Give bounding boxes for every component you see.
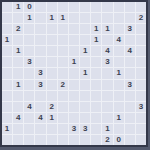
cell-r13-c10[interactable]: 2 [102,135,112,145]
cell-r4-c13[interactable] [136,35,146,45]
cell-r11-c1[interactable] [2,113,12,123]
cell-r10-c2[interactable] [13,102,23,112]
cell-r6-c5[interactable] [47,57,57,67]
cell-r12-c9[interactable] [91,124,101,134]
cell-r6-c8[interactable] [80,57,90,67]
cell-r9-c2[interactable] [13,91,23,101]
cell-r10-c8[interactable] [80,102,90,112]
cell-r1-c12[interactable] [125,2,135,12]
cell-r2-c3[interactable]: 1 [24,13,34,23]
cell-r8-c9[interactable] [91,80,101,90]
cell-r8-c10[interactable] [102,80,112,90]
cell-r7-c11[interactable]: 1 [114,68,124,78]
cell-r3-c8[interactable] [80,24,90,34]
cell-r5-c5[interactable] [47,46,57,56]
cell-r9-c9[interactable] [91,91,101,101]
cell-r2-c8[interactable] [80,13,90,23]
cell-r13-c8[interactable] [80,135,90,145]
cell-r5-c3[interactable] [24,46,34,56]
cell-r5-c2[interactable]: 1 [13,46,23,56]
app-window: 1011122113114114431331113234234411133120 [0,0,150,150]
cell-r7-c10[interactable] [102,68,112,78]
cell-r13-c1[interactable] [2,135,12,145]
cell-r9-c5[interactable] [47,91,57,101]
cell-r11-c12[interactable] [125,113,135,123]
cell-r9-c8[interactable] [80,91,90,101]
cell-r1-c6[interactable] [58,2,68,12]
cell-r2-c10[interactable] [102,13,112,23]
cell-r10-c1[interactable] [2,102,12,112]
cell-r4-c1[interactable]: 1 [2,35,12,45]
cell-r8-c11[interactable] [114,80,124,90]
cell-r5-c6[interactable] [58,46,68,56]
cell-r9-c12[interactable] [125,91,135,101]
cell-r8-c12[interactable]: 3 [125,80,135,90]
cell-r8-c2[interactable]: 1 [13,80,23,90]
cell-r8-c8[interactable] [80,80,90,90]
cell-r12-c2[interactable] [13,124,23,134]
cell-r4-c7[interactable] [69,35,79,45]
cell-r1-c4[interactable] [35,2,45,12]
cell-r12-c5[interactable] [47,124,57,134]
cell-r1-c7[interactable] [69,2,79,12]
cell-r5-c4[interactable] [35,46,45,56]
cell-r12-c7[interactable]: 3 [69,124,79,134]
cell-r11-c5[interactable]: 1 [47,113,57,123]
cell-r13-c5[interactable] [47,135,57,145]
cell-r12-c3[interactable] [24,124,34,134]
cell-r7-c8[interactable]: 1 [80,68,90,78]
cell-r1-c5[interactable] [47,2,57,12]
cell-r9-c3[interactable] [24,91,34,101]
cell-r5-c1[interactable] [2,46,12,56]
cell-r7-c9[interactable] [91,68,101,78]
cell-r7-c4[interactable]: 3 [35,68,45,78]
cell-r6-c1[interactable] [2,57,12,67]
cell-r3-c4[interactable] [35,24,45,34]
cell-r5-c8[interactable]: 1 [80,46,90,56]
cell-r9-c13[interactable] [136,91,146,101]
cell-r3-c11[interactable] [114,24,124,34]
cell-r10-c4[interactable] [35,102,45,112]
cell-r2-c1[interactable] [2,13,12,23]
cell-r7-c7[interactable] [69,68,79,78]
cell-r13-c4[interactable] [35,135,45,145]
cell-r3-c7[interactable] [69,24,79,34]
cell-r8-c6[interactable]: 2 [58,80,68,90]
cell-r7-c13[interactable] [136,68,146,78]
cell-r1-c10[interactable] [102,2,112,12]
cell-r12-c1[interactable]: 1 [2,124,12,134]
cell-r3-c13[interactable] [136,24,146,34]
cell-r11-c9[interactable] [91,113,101,123]
cell-r3-c2[interactable]: 2 [13,24,23,34]
cell-r5-c7[interactable] [69,46,79,56]
cell-r2-c5[interactable]: 1 [47,13,57,23]
cell-r1-c13[interactable] [136,2,146,12]
cell-r12-c8[interactable]: 3 [80,124,90,134]
cell-r4-c2[interactable] [13,35,23,45]
cell-r12-c10[interactable]: 1 [102,124,112,134]
cell-r12-c6[interactable] [58,124,68,134]
cell-r2-c6[interactable]: 1 [58,13,68,23]
cell-r12-c12[interactable] [125,124,135,134]
cell-r5-c13[interactable] [136,46,146,56]
cell-r4-c8[interactable] [80,35,90,45]
cell-r10-c5[interactable]: 2 [47,102,57,112]
cell-r3-c1[interactable] [2,24,12,34]
cell-r2-c12[interactable] [125,13,135,23]
cell-r6-c6[interactable] [58,57,68,67]
cell-r11-c8[interactable] [80,113,90,123]
cell-r6-c9[interactable] [91,57,101,67]
cell-r10-c11[interactable] [114,102,124,112]
cell-r6-c11[interactable] [114,57,124,67]
cell-r4-c11[interactable]: 4 [114,35,124,45]
cell-r12-c4[interactable] [35,124,45,134]
cell-r9-c7[interactable] [69,91,79,101]
cell-r10-c9[interactable] [91,102,101,112]
cell-r8-c1[interactable] [2,80,12,90]
cell-r8-c3[interactable] [24,80,34,90]
cell-r13-c2[interactable] [13,135,23,145]
cell-r11-c13[interactable] [136,113,146,123]
cell-r3-c9[interactable]: 1 [91,24,101,34]
cell-r1-c1[interactable] [2,2,12,12]
cell-r6-c2[interactable] [13,57,23,67]
cell-r2-c7[interactable] [69,13,79,23]
cell-r1-c2[interactable]: 1 [13,2,23,12]
cell-r6-c7[interactable]: 1 [69,57,79,67]
cell-r6-c13[interactable] [136,57,146,67]
cell-r11-c10[interactable] [102,113,112,123]
cell-r3-c12[interactable]: 3 [125,24,135,34]
cell-r6-c10[interactable]: 3 [102,57,112,67]
cell-r9-c1[interactable] [2,91,12,101]
puzzle-board: 1011122113114114431331113234234411133120 [0,0,148,147]
cell-r13-c13[interactable] [136,135,146,145]
cell-r11-c3[interactable] [24,113,34,123]
cell-r8-c4[interactable]: 3 [35,80,45,90]
cell-r13-c9[interactable] [91,135,101,145]
cell-r5-c10[interactable]: 4 [102,46,112,56]
cell-r4-c9[interactable]: 1 [91,35,101,45]
cell-r9-c11[interactable] [114,91,124,101]
cell-r13-c7[interactable] [69,135,79,145]
cell-r12-c11[interactable] [114,124,124,134]
cell-r3-c10[interactable]: 1 [102,24,112,34]
cell-r11-c6[interactable] [58,113,68,123]
cell-r3-c6[interactable] [58,24,68,34]
cell-r9-c6[interactable] [58,91,68,101]
cell-r13-c12[interactable] [125,135,135,145]
cell-r1-c8[interactable] [80,2,90,12]
cell-r1-c9[interactable] [91,2,101,12]
cell-r10-c7[interactable] [69,102,79,112]
cell-r4-c6[interactable] [58,35,68,45]
cell-r2-c13[interactable]: 2 [136,13,146,23]
cell-r4-c5[interactable] [47,35,57,45]
cell-r9-c4[interactable] [35,91,45,101]
cell-r6-c3[interactable]: 3 [24,57,34,67]
cell-r11-c2[interactable]: 4 [13,113,23,123]
cell-r7-c12[interactable] [125,68,135,78]
cell-r3-c5[interactable] [47,24,57,34]
cell-r1-c11[interactable] [114,2,124,12]
cell-r2-c2[interactable] [13,13,23,23]
cell-r3-c3[interactable] [24,24,34,34]
cell-r7-c6[interactable] [58,68,68,78]
cell-r10-c10[interactable] [102,102,112,112]
cell-r6-c12[interactable] [125,57,135,67]
cell-r11-c7[interactable] [69,113,79,123]
cell-r2-c4[interactable] [35,13,45,23]
cell-r7-c3[interactable] [24,68,34,78]
cell-r13-c3[interactable] [24,135,34,145]
cell-r5-c11[interactable] [114,46,124,56]
cell-r7-c1[interactable] [2,68,12,78]
cell-r4-c12[interactable] [125,35,135,45]
cell-r10-c3[interactable]: 4 [24,102,34,112]
cell-r11-c4[interactable]: 4 [35,113,45,123]
cell-r8-c5[interactable] [47,80,57,90]
cell-r7-c2[interactable] [13,68,23,78]
cell-r4-c10[interactable] [102,35,112,45]
cell-r8-c7[interactable] [69,80,79,90]
cell-r11-c11[interactable]: 1 [114,113,124,123]
cell-r13-c6[interactable] [58,135,68,145]
cell-r6-c4[interactable] [35,57,45,67]
cell-r5-c9[interactable] [91,46,101,56]
cell-r13-c11[interactable]: 0 [114,135,124,145]
cell-r5-c12[interactable]: 4 [125,46,135,56]
cell-r10-c6[interactable] [58,102,68,112]
cell-r9-c10[interactable] [102,91,112,101]
cell-r10-c12[interactable] [125,102,135,112]
cell-r2-c9[interactable] [91,13,101,23]
cell-r7-c5[interactable] [47,68,57,78]
cell-r2-c11[interactable] [114,13,124,23]
cell-r1-c3[interactable]: 0 [24,2,34,12]
cell-r4-c4[interactable] [35,35,45,45]
cell-r8-c13[interactable] [136,80,146,90]
cell-r12-c13[interactable] [136,124,146,134]
cell-r10-c13[interactable]: 3 [136,102,146,112]
cell-r4-c3[interactable] [24,35,34,45]
